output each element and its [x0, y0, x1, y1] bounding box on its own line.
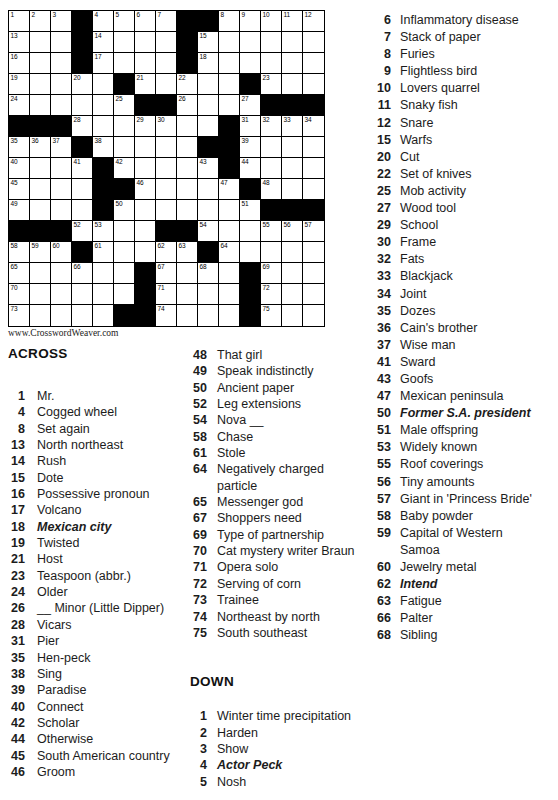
across-clues-2: 48That girl49Speak indistinctly50Ancient…	[190, 347, 366, 641]
grid-cell[interactable]: 63	[177, 242, 198, 263]
grid-cell[interactable]: 3	[51, 11, 72, 32]
grid-cell[interactable]	[219, 305, 240, 326]
clue-number: 58	[190, 429, 207, 445]
grid-cell[interactable]: 49	[9, 200, 30, 221]
grid-cell[interactable]	[51, 263, 72, 284]
grid-cell[interactable]: 10	[261, 11, 282, 32]
clue-number: 62	[376, 576, 391, 593]
grid-cell[interactable]	[303, 53, 324, 74]
grid-cell[interactable]: 41	[72, 158, 93, 179]
grid-cell[interactable]: 35	[9, 137, 30, 158]
clue-number: 34	[376, 286, 391, 303]
grid-cell[interactable]: 55	[261, 221, 282, 242]
grid-cell[interactable]	[72, 179, 93, 200]
grid-cell[interactable]	[93, 116, 114, 137]
grid-cell[interactable]	[156, 32, 177, 53]
grid-cell[interactable]	[135, 158, 156, 179]
grid-cell[interactable]	[114, 137, 135, 158]
grid-cell[interactable]: 28	[72, 116, 93, 137]
grid-cell[interactable]	[51, 53, 72, 74]
cell-number: 54	[200, 221, 207, 229]
clue-text: Cogged wheel	[37, 404, 117, 420]
down-clue-2: 2Harden	[190, 725, 366, 741]
clue-number: 38	[8, 666, 25, 682]
across-clue-49: 49Speak indistinctly	[190, 363, 366, 379]
black-cell	[303, 200, 324, 221]
grid-cell[interactable]	[198, 305, 219, 326]
grid-cell[interactable]	[240, 53, 261, 74]
down-clue-30: 30Frame	[376, 234, 546, 251]
cell-number: 64	[221, 242, 228, 250]
cell-number: 1	[11, 11, 14, 19]
grid-cell[interactable]	[72, 305, 93, 326]
grid-cell[interactable]: 69	[261, 263, 282, 284]
grid-cell[interactable]	[114, 221, 135, 242]
cell-number: 25	[116, 95, 123, 103]
clue-number: 30	[376, 234, 391, 251]
grid-cell[interactable]: 9	[240, 11, 261, 32]
black-cell	[198, 11, 219, 32]
grid-cell[interactable]: 70	[9, 284, 30, 305]
grid-cell[interactable]	[30, 305, 51, 326]
grid-cell[interactable]	[72, 284, 93, 305]
grid-cell[interactable]: 68	[198, 263, 219, 284]
grid-cell[interactable]	[198, 179, 219, 200]
cell-number: 2	[32, 11, 35, 19]
grid-cell[interactable]	[177, 263, 198, 284]
cell-number: 55	[263, 221, 270, 229]
black-cell	[9, 116, 30, 137]
grid-cell[interactable]	[30, 200, 51, 221]
down-clue-33: 33Blackjack	[376, 268, 546, 285]
grid-cell[interactable]	[30, 95, 51, 116]
grid-cell[interactable]	[30, 32, 51, 53]
down-clue-62: 62Intend	[376, 576, 546, 593]
grid-cell[interactable]: 27	[240, 95, 261, 116]
clue-text: Nosh	[217, 774, 246, 790]
clue-number: 4	[190, 757, 207, 773]
grid-cell[interactable]: 47	[219, 179, 240, 200]
down-clue-7: 7Stack of paper	[376, 29, 546, 46]
grid-cell[interactable]	[198, 284, 219, 305]
grid-cell[interactable]	[135, 53, 156, 74]
across-clue-13: 13North northeast	[8, 437, 190, 453]
grid-cell[interactable]	[93, 263, 114, 284]
grid-cell[interactable]	[135, 32, 156, 53]
grid-cell[interactable]: 16	[9, 53, 30, 74]
cell-number: 17	[95, 53, 102, 61]
grid-cell[interactable]: 8	[219, 11, 240, 32]
cell-number: 11	[284, 11, 290, 19]
clue-number: 42	[8, 715, 25, 731]
grid-cell[interactable]	[177, 137, 198, 158]
cell-number: 60	[53, 242, 60, 250]
clue-number: 60	[376, 559, 391, 576]
grid-cell[interactable]	[30, 53, 51, 74]
grid-cell[interactable]	[219, 74, 240, 95]
grid-cell[interactable]	[114, 242, 135, 263]
grid-cell[interactable]	[135, 221, 156, 242]
grid-cell[interactable]	[156, 200, 177, 221]
cell-number: 15	[200, 32, 207, 40]
grid-cell[interactable]	[303, 284, 324, 305]
clue-text: Otherwise	[37, 731, 93, 747]
grid-cell[interactable]	[177, 116, 198, 137]
grid-cell[interactable]: 51	[240, 200, 261, 221]
grid-cell[interactable]: 61	[93, 242, 114, 263]
down-clue-47: 47Mexican peninsula	[376, 388, 546, 405]
grid-cell[interactable]: 36	[30, 137, 51, 158]
grid-cell[interactable]: 40	[9, 158, 30, 179]
grid-cell[interactable]: 4	[93, 11, 114, 32]
clue-number: 57	[376, 491, 391, 508]
grid-cell[interactable]	[303, 305, 324, 326]
grid-cell[interactable]	[261, 53, 282, 74]
grid-cell[interactable]: 57	[303, 221, 324, 242]
grid-cell[interactable]: 7	[156, 11, 177, 32]
grid-cell[interactable]: 50	[114, 200, 135, 221]
grid-cell[interactable]	[30, 179, 51, 200]
grid-cell[interactable]: 56	[282, 221, 303, 242]
grid-cell[interactable]	[177, 179, 198, 200]
cell-number: 34	[305, 116, 312, 124]
cell-number: 16	[11, 53, 18, 61]
grid-cell[interactable]	[51, 305, 72, 326]
grid-cell[interactable]	[303, 32, 324, 53]
across-clue-15: 15Dote	[8, 470, 190, 486]
grid-cell[interactable]: 45	[9, 179, 30, 200]
black-cell	[261, 95, 282, 116]
grid-cell[interactable]	[177, 284, 198, 305]
grid-cell[interactable]	[219, 284, 240, 305]
black-cell	[261, 200, 282, 221]
clue-number: 48	[190, 347, 207, 363]
grid-cell[interactable]	[135, 242, 156, 263]
clue-text: Joint	[400, 286, 426, 303]
grid-cell[interactable]	[135, 137, 156, 158]
clue-number: 56	[376, 474, 391, 491]
grid-cell[interactable]	[51, 32, 72, 53]
clue-text: Snare	[400, 115, 433, 132]
clue-number: 5	[190, 774, 207, 790]
grid-cell[interactable]	[219, 263, 240, 284]
grid-cell[interactable]	[114, 32, 135, 53]
clue-text: Leg extensions	[217, 396, 301, 412]
across-clue-67: 67Shoppers need	[190, 510, 366, 526]
grid-cell[interactable]	[30, 263, 51, 284]
grid-cell[interactable]	[93, 95, 114, 116]
clue-text: Lovers quarrel	[400, 80, 480, 97]
clue-number: 52	[190, 396, 207, 412]
grid-cell[interactable]	[303, 179, 324, 200]
grid-cell[interactable]	[282, 263, 303, 284]
grid-cell[interactable]: 71	[156, 284, 177, 305]
clue-text: Vicars	[37, 617, 72, 633]
down-clue-35: 35Dozes	[376, 303, 546, 320]
grid-cell[interactable]: 23	[261, 74, 282, 95]
across-clue-24: 24Older	[8, 584, 190, 600]
grid-cell[interactable]	[51, 95, 72, 116]
clue-text: Mexican peninsula	[400, 388, 504, 405]
grid-cell[interactable]	[282, 284, 303, 305]
grid-cell[interactable]	[282, 158, 303, 179]
grid-cell[interactable]	[156, 53, 177, 74]
grid-cell[interactable]	[303, 263, 324, 284]
grid-cell[interactable]: 73	[9, 305, 30, 326]
grid-cell[interactable]	[114, 263, 135, 284]
clue-number: 45	[8, 748, 25, 764]
grid-cell[interactable]: 72	[261, 284, 282, 305]
grid-cell[interactable]: 13	[9, 32, 30, 53]
clue-number: 14	[8, 453, 25, 469]
grid-cell[interactable]: 46	[135, 179, 156, 200]
grid-cell[interactable]: 5	[114, 11, 135, 32]
grid-cell[interactable]: 11	[282, 11, 303, 32]
grid-cell[interactable]: 43	[198, 158, 219, 179]
cell-number: 21	[137, 74, 144, 82]
grid-cell[interactable]	[156, 158, 177, 179]
grid-cell[interactable]	[51, 284, 72, 305]
grid-cell[interactable]	[72, 95, 93, 116]
grid-cell[interactable]	[198, 95, 219, 116]
clue-text: Mexican city	[37, 519, 111, 535]
grid-cell[interactable]	[156, 137, 177, 158]
grid-cell[interactable]: 44	[240, 158, 261, 179]
grid-cell[interactable]	[114, 284, 135, 305]
grid-cell[interactable]: 67	[156, 263, 177, 284]
grid-cell[interactable]: 33	[282, 116, 303, 137]
grid-cell[interactable]	[114, 116, 135, 137]
grid-cell[interactable]	[261, 32, 282, 53]
grid-cell[interactable]	[240, 32, 261, 53]
grid-cell[interactable]: 38	[93, 137, 114, 158]
grid-cell[interactable]: 29	[135, 116, 156, 137]
grid-cell[interactable]: 1	[9, 11, 30, 32]
down-clue-55: 55Roof coverings	[376, 456, 546, 473]
grid-cell[interactable]: 17	[93, 53, 114, 74]
grid-cell[interactable]: 58	[9, 242, 30, 263]
grid-cell[interactable]: 52	[72, 221, 93, 242]
cell-number: 62	[158, 242, 165, 250]
grid-cell[interactable]	[282, 179, 303, 200]
black-cell	[177, 32, 198, 53]
grid-cell[interactable]	[156, 179, 177, 200]
grid-cell[interactable]	[51, 200, 72, 221]
clue-number: 6	[376, 12, 391, 29]
clue-number: 68	[376, 627, 391, 644]
clue-number: 17	[8, 502, 25, 518]
grid-cell[interactable]	[219, 200, 240, 221]
clue-number: 8	[8, 421, 25, 437]
down-clue-58: 58Baby powder	[376, 508, 546, 525]
cell-number: 49	[11, 200, 18, 208]
grid-cell[interactable]	[282, 242, 303, 263]
clue-text: Stole	[217, 445, 246, 461]
grid-cell[interactable]	[219, 221, 240, 242]
clue-text: School	[400, 217, 438, 234]
grid-cell[interactable]	[303, 137, 324, 158]
clue-text: __ Minor (Little Dipper)	[37, 600, 164, 616]
clue-number: 29	[376, 217, 391, 234]
clue-text: Volcano	[37, 502, 81, 518]
grid-cell[interactable]	[219, 95, 240, 116]
across-clue-65: 65Messenger god	[190, 494, 366, 510]
grid-cell[interactable]	[261, 137, 282, 158]
across-clue-39: 39Paradise	[8, 682, 190, 698]
grid-cell[interactable]: 64	[219, 242, 240, 263]
grid-cell[interactable]	[303, 158, 324, 179]
cell-number: 69	[263, 263, 270, 271]
cell-number: 53	[95, 221, 102, 229]
grid-cell[interactable]	[303, 242, 324, 263]
grid-cell[interactable]	[51, 179, 72, 200]
grid-cell[interactable]: 19	[9, 74, 30, 95]
cell-number: 28	[74, 116, 81, 124]
cell-number: 71	[158, 284, 165, 292]
clue-number: 22	[376, 166, 391, 183]
down-clue-column: 6Inflammatory disease7Stack of paper8Fur…	[376, 12, 546, 644]
clue-number: 67	[190, 510, 207, 526]
grid-cell[interactable]: 20	[72, 74, 93, 95]
clue-text: Capital of Western Samoa	[400, 525, 503, 559]
clue-text: South southeast	[217, 625, 307, 641]
grid-cell[interactable]	[303, 74, 324, 95]
grid-cell[interactable]	[30, 284, 51, 305]
cell-number: 22	[179, 74, 186, 82]
grid-cell[interactable]: 39	[240, 137, 261, 158]
grid-cell[interactable]: 53	[93, 221, 114, 242]
clue-text: Scholar	[37, 715, 79, 731]
down-clue-29: 29School	[376, 217, 546, 234]
grid-cell[interactable]	[156, 74, 177, 95]
across-clue-74: 74Northeast by north	[190, 609, 366, 625]
grid-cell[interactable]: 30	[156, 116, 177, 137]
black-cell	[114, 74, 135, 95]
grid-cell[interactable]: 37	[51, 137, 72, 158]
clue-number: 31	[8, 633, 25, 649]
cell-number: 65	[11, 263, 18, 271]
grid-cell[interactable]: 25	[114, 95, 135, 116]
down-clue-10: 10Lovers quarrel	[376, 80, 546, 97]
grid-cell[interactable]: 26	[177, 95, 198, 116]
grid-cell[interactable]: 2	[30, 11, 51, 32]
cell-number: 9	[242, 11, 245, 19]
down-header: DOWN	[190, 674, 366, 690]
black-cell	[240, 263, 261, 284]
across-clue-48: 48That girl	[190, 347, 366, 363]
clue-text: Messenger god	[217, 494, 303, 510]
grid-cell[interactable]	[114, 53, 135, 74]
grid-cell[interactable]	[261, 158, 282, 179]
grid-cell[interactable]	[282, 137, 303, 158]
clue-text: Flightless bird	[400, 63, 477, 80]
grid-cell[interactable]	[51, 74, 72, 95]
grid-cell[interactable]	[282, 32, 303, 53]
grid-cell[interactable]: 74	[156, 305, 177, 326]
across-clue-73: 73Trainee	[190, 592, 366, 608]
grid-cell[interactable]: 75	[261, 305, 282, 326]
clue-number: 15	[8, 470, 25, 486]
grid-cell[interactable]: 66	[72, 263, 93, 284]
grid-cell[interactable]: 54	[198, 221, 219, 242]
grid-cell[interactable]	[282, 53, 303, 74]
grid-cell[interactable]: 18	[198, 53, 219, 74]
grid-cell[interactable]	[93, 74, 114, 95]
clue-number: 59	[376, 525, 391, 559]
grid-cell[interactable]	[219, 53, 240, 74]
grid-cell[interactable]	[198, 116, 219, 137]
grid-cell[interactable]: 14	[93, 32, 114, 53]
grid-cell[interactable]: 34	[303, 116, 324, 137]
across-clue-1: 1Mr.	[8, 388, 190, 404]
grid-cell[interactable]: 15	[198, 32, 219, 53]
clue-text: Male offspring	[400, 422, 478, 439]
grid-cell[interactable]	[282, 74, 303, 95]
clue-number: 51	[376, 422, 391, 439]
grid-cell[interactable]	[93, 284, 114, 305]
black-cell	[282, 200, 303, 221]
grid-cell[interactable]: 6	[135, 11, 156, 32]
clue-text: Mr.	[37, 388, 54, 404]
clue-text: Set of knives	[400, 166, 472, 183]
black-cell	[93, 200, 114, 221]
grid-cell[interactable]	[30, 158, 51, 179]
clue-number: 28	[8, 617, 25, 633]
grid-cell[interactable]	[177, 200, 198, 221]
grid-cell[interactable]	[135, 200, 156, 221]
clue-text: Blackjack	[400, 268, 453, 285]
grid-cell[interactable]	[282, 305, 303, 326]
grid-cell[interactable]	[30, 74, 51, 95]
grid-cell[interactable]	[198, 74, 219, 95]
grid-cell[interactable]: 21	[135, 74, 156, 95]
crossword-grid[interactable]: 1234567891011121314151617181920212223242…	[8, 10, 325, 327]
grid-cell[interactable]: 12	[303, 11, 324, 32]
grid-cell[interactable]: 65	[9, 263, 30, 284]
grid-cell[interactable]	[177, 158, 198, 179]
grid-cell[interactable]: 62	[156, 242, 177, 263]
grid-cell[interactable]: 42	[114, 158, 135, 179]
grid-cell[interactable]: 59	[30, 242, 51, 263]
clue-text: Rush	[37, 453, 66, 469]
grid-cell[interactable]	[93, 305, 114, 326]
grid-cell[interactable]: 32	[261, 116, 282, 137]
clue-text: Stack of paper	[400, 29, 481, 46]
down-clue-37: 37Wise man	[376, 337, 546, 354]
grid-cell[interactable]: 31	[240, 116, 261, 137]
grid-cell[interactable]	[240, 242, 261, 263]
grid-cell[interactable]: 22	[177, 74, 198, 95]
grid-cell[interactable]	[51, 158, 72, 179]
clue-text: Hen-peck	[37, 650, 91, 666]
grid-cell[interactable]	[240, 221, 261, 242]
clue-text: Cat mystery writer Braun	[217, 543, 355, 559]
grid-cell[interactable]: 24	[9, 95, 30, 116]
grid-cell[interactable]	[198, 200, 219, 221]
grid-cell[interactable]: 48	[261, 179, 282, 200]
grid-cell[interactable]	[261, 242, 282, 263]
grid-cell[interactable]	[177, 305, 198, 326]
down-clue-50: 50Former S.A. president	[376, 405, 546, 422]
grid-cell[interactable]: 60	[51, 242, 72, 263]
clue-text: Frame	[400, 234, 436, 251]
grid-cell[interactable]	[72, 200, 93, 221]
clue-text: Ancient paper	[217, 380, 294, 396]
across-header: ACROSS	[8, 346, 190, 362]
clue-number: 71	[190, 559, 207, 575]
grid-cell[interactable]	[219, 32, 240, 53]
clue-text: Jewelry metal	[400, 559, 476, 576]
